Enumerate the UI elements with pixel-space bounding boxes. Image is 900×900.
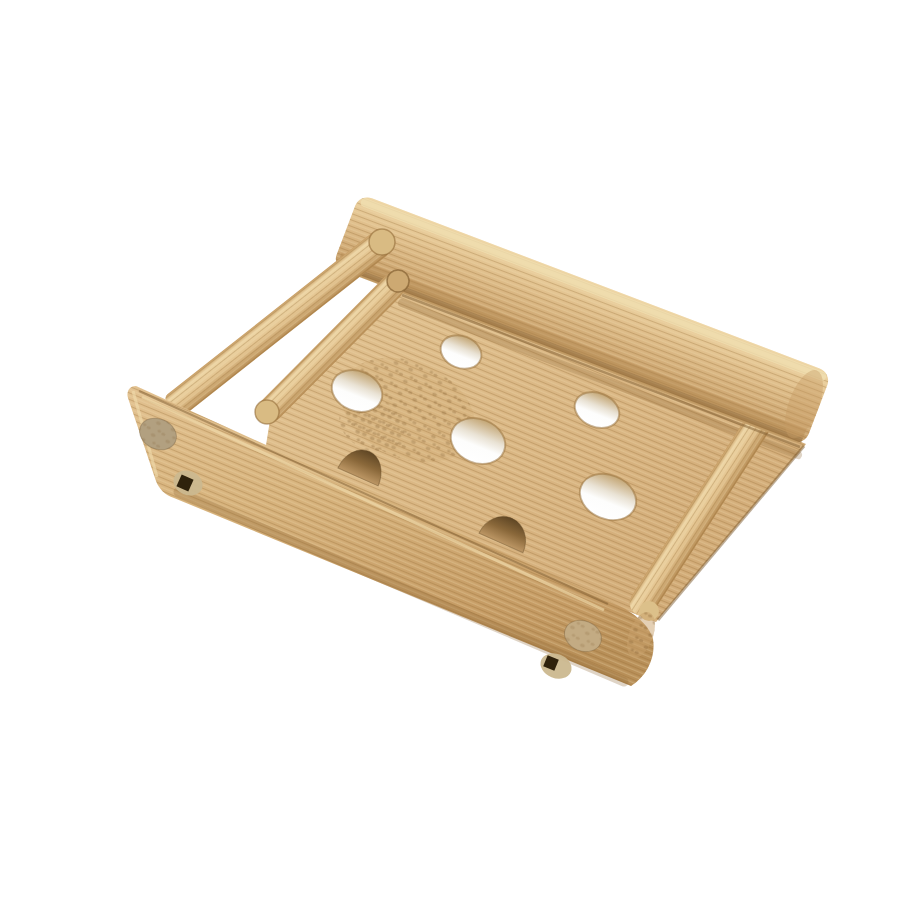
front-dowel-end-cap — [369, 229, 395, 255]
rear-dowel-lower-end-cap — [255, 400, 279, 424]
product-photo — [0, 0, 900, 900]
soap-dish-illustration — [0, 0, 900, 900]
rear-dowel-socket-end — [387, 270, 409, 292]
